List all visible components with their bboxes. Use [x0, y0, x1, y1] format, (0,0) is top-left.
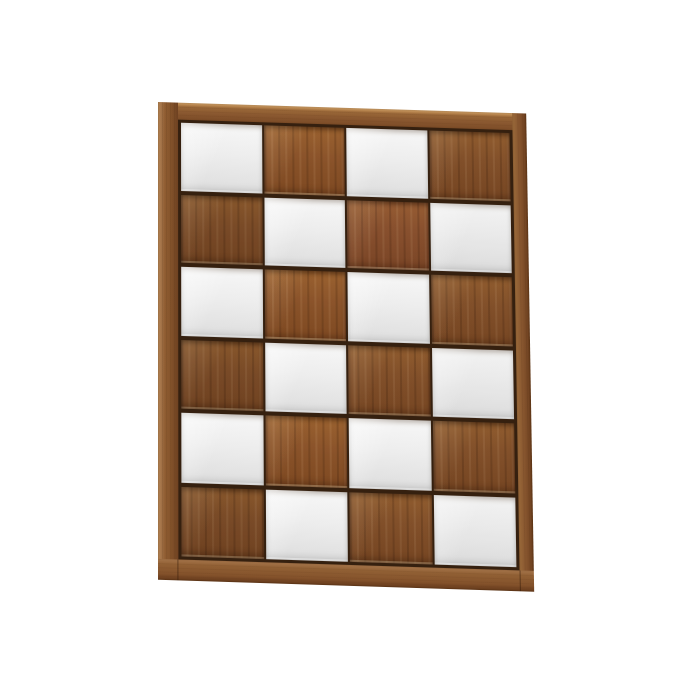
square-r5c1-light: [181, 413, 263, 485]
square-r6c3-dark: [349, 492, 432, 565]
square-r3c1-light: [181, 267, 262, 338]
square-r5c2-dark: [265, 415, 347, 487]
square-r1c1-light: [181, 123, 262, 193]
product-photo: [0, 0, 700, 700]
square-r2c3-dark: [347, 200, 429, 271]
square-r5c4-dark: [432, 421, 515, 493]
square-r2c2-light: [264, 197, 345, 268]
square-r4c3-dark: [348, 345, 430, 417]
square-r2c4-light: [430, 202, 512, 273]
square-r1c4-dark: [429, 131, 511, 201]
square-r6c1-dark: [181, 486, 263, 559]
square-r1c2-dark: [264, 125, 345, 195]
checker-wall-panel: [158, 102, 534, 592]
square-r3c3-light: [347, 272, 429, 343]
square-r4c1-dark: [181, 340, 263, 412]
board: [178, 120, 520, 571]
square-r6c4-light: [433, 494, 516, 567]
square-r3c4-dark: [431, 275, 513, 346]
square-r6c2-light: [265, 489, 348, 562]
square-r5c3-light: [349, 418, 432, 490]
square-r2c1-dark: [181, 195, 262, 266]
square-r4c4-light: [432, 347, 515, 419]
frame-left-stile: [158, 102, 178, 580]
square-r4c2-light: [265, 342, 347, 414]
square-r3c2-dark: [264, 269, 346, 340]
square-r1c3-light: [346, 128, 427, 198]
